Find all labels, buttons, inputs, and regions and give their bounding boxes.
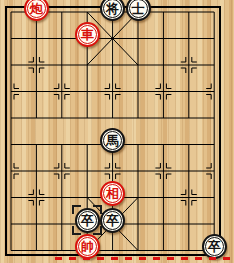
black-horse-glyph: 馬 bbox=[106, 134, 119, 147]
black-soldier-glyph: 卒 bbox=[106, 213, 119, 226]
piece-ring: 将 bbox=[103, 0, 122, 18]
red-chariot-glyph: 車 bbox=[81, 28, 94, 41]
piece-black-soldier[interactable]: 卒 bbox=[202, 234, 227, 259]
piece-ring: 帥 bbox=[78, 237, 97, 256]
piece-red-elephant[interactable]: 相 bbox=[100, 181, 125, 206]
piece-ring: 馬 bbox=[103, 131, 122, 150]
piece-black-soldier[interactable]: 卒 bbox=[100, 208, 125, 233]
black-general-glyph: 将 bbox=[106, 1, 119, 14]
piece-ring: 卒 bbox=[103, 211, 122, 230]
piece-ring: 炮 bbox=[27, 0, 46, 18]
xiangqi-board[interactable]: 炮将士車馬相卒卒帥卒 bbox=[0, 0, 234, 263]
piece-red-cannon[interactable]: 炮 bbox=[24, 0, 49, 21]
red-elephant-glyph: 相 bbox=[106, 187, 119, 200]
marker-corner-tr bbox=[93, 205, 102, 214]
black-soldier-glyph: 卒 bbox=[208, 240, 221, 253]
piece-black-advisor[interactable]: 士 bbox=[126, 0, 151, 21]
red-general-glyph: 帥 bbox=[81, 240, 94, 253]
last-move-marker bbox=[72, 205, 102, 235]
piece-ring: 相 bbox=[103, 184, 122, 203]
piece-ring: 車 bbox=[78, 25, 97, 44]
marker-corner-br bbox=[93, 226, 102, 235]
black-advisor-glyph: 士 bbox=[132, 1, 145, 14]
marker-corner-bl bbox=[72, 226, 81, 235]
piece-ring: 士 bbox=[129, 0, 148, 18]
piece-ring: 卒 bbox=[205, 237, 224, 256]
red-dashed-line bbox=[55, 257, 234, 260]
marker-corner-tl bbox=[72, 205, 81, 214]
piece-red-chariot[interactable]: 車 bbox=[75, 22, 100, 47]
piece-black-horse[interactable]: 馬 bbox=[100, 128, 125, 153]
red-cannon-glyph: 炮 bbox=[30, 1, 43, 14]
piece-red-general[interactable]: 帥 bbox=[75, 234, 100, 259]
